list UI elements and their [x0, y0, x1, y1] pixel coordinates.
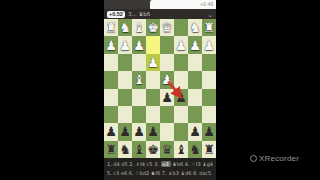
chess-board[interactable]: ♜♞♝♚♛♞♜♟♟♟♟♟♟♟♝♟♟♟♟♟♟♟♟♟♜♞♝♚♛♝♞♜	[104, 19, 216, 158]
white-rook[interactable]: ♜	[203, 21, 215, 34]
best-move-text: 3... ♛b6	[128, 11, 150, 17]
square-g5[interactable]	[118, 89, 132, 106]
square-g4[interactable]	[118, 71, 132, 88]
move-text[interactable]: ♛b6 4. ♘f3 ♝g4	[171, 161, 213, 167]
square-e6[interactable]	[146, 106, 160, 123]
square-f6[interactable]	[132, 106, 146, 123]
square-b6[interactable]	[188, 106, 202, 123]
square-g2[interactable]: ♟	[118, 36, 132, 53]
white-pawn[interactable]: ♟	[105, 39, 117, 52]
square-d4[interactable]: ♟	[160, 71, 174, 88]
square-a5[interactable]	[202, 89, 216, 106]
black-pawn[interactable]: ♟	[119, 125, 131, 138]
square-d8[interactable]: ♛	[160, 141, 174, 158]
current-move[interactable]: e3	[161, 161, 171, 167]
recorder-watermark-text: XRecorder	[259, 154, 299, 163]
square-a8[interactable]: ♜	[202, 141, 216, 158]
square-c6[interactable]	[174, 106, 188, 123]
black-knight[interactable]: ♞	[119, 143, 131, 156]
square-e2[interactable]	[146, 36, 160, 53]
eval-graph-value: +0.49	[200, 0, 213, 9]
square-f4[interactable]: ♝	[132, 71, 146, 88]
square-c4[interactable]	[174, 71, 188, 88]
black-pawn[interactable]: ♟	[189, 125, 201, 138]
square-d5[interactable]: ♟	[160, 89, 174, 106]
analysis-bar[interactable]: +0.52 3... ♛b6 ⌄	[104, 9, 216, 19]
black-queen[interactable]: ♛	[161, 143, 173, 156]
black-rook[interactable]: ♜	[203, 143, 215, 156]
black-pawn[interactable]: ♟	[161, 91, 173, 104]
square-b8[interactable]: ♞	[188, 141, 202, 158]
white-rook[interactable]: ♜	[105, 21, 117, 34]
recorder-logo-icon	[250, 155, 257, 162]
square-d2[interactable]	[160, 36, 174, 53]
square-a4[interactable]	[202, 71, 216, 88]
square-f2[interactable]: ♟	[132, 36, 146, 53]
black-bishop[interactable]: ♝	[133, 143, 145, 156]
square-a1[interactable]: ♜	[202, 19, 216, 36]
square-a3[interactable]	[202, 54, 216, 71]
white-pawn[interactable]: ♟	[175, 39, 187, 52]
phone-screen: +0.49 +0.52 3... ♛b6 ⌄ ♜♞♝♚♛♞♜♟♟♟♟♟♟♟♝♟♟…	[104, 0, 216, 180]
screen-recording-frame: +0.49 +0.52 3... ♛b6 ⌄ ♜♞♝♚♛♞♜♟♟♟♟♟♟♟♝♟♟…	[0, 0, 320, 180]
white-pawn[interactable]: ♟	[147, 56, 159, 69]
square-c1[interactable]	[174, 19, 188, 36]
square-c7[interactable]	[174, 123, 188, 140]
square-e7[interactable]: ♟	[146, 123, 160, 140]
chevron-down-icon[interactable]: ⌄	[207, 11, 213, 18]
square-g8[interactable]: ♞	[118, 141, 132, 158]
black-king[interactable]: ♚	[147, 143, 159, 156]
white-pawn[interactable]: ♟	[119, 39, 131, 52]
move-text[interactable]: 1. d4 d5 2. ♗f4 c5 3.	[107, 161, 161, 167]
square-b3[interactable]	[188, 54, 202, 71]
square-h7[interactable]: ♟	[104, 123, 118, 140]
square-c8[interactable]: ♝	[174, 141, 188, 158]
square-d6[interactable]	[160, 106, 174, 123]
black-pawn[interactable]: ♟	[147, 125, 159, 138]
square-e3[interactable]: ♟	[146, 54, 160, 71]
square-c2[interactable]: ♟	[174, 36, 188, 53]
square-b2[interactable]: ♟	[188, 36, 202, 53]
square-a6[interactable]	[202, 106, 216, 123]
eval-graph[interactable]: +0.49	[150, 0, 216, 9]
white-pawn[interactable]: ♟	[133, 39, 145, 52]
square-h2[interactable]: ♟	[104, 36, 118, 53]
square-f5[interactable]	[132, 89, 146, 106]
white-knight[interactable]: ♞	[189, 21, 201, 34]
square-f1[interactable]: ♝	[132, 19, 146, 36]
square-c3[interactable]	[174, 54, 188, 71]
black-pawn[interactable]: ♟	[203, 125, 215, 138]
white-pawn[interactable]: ♟	[189, 39, 201, 52]
square-d3[interactable]	[160, 54, 174, 71]
white-pawn[interactable]: ♟	[161, 73, 173, 86]
square-f8[interactable]: ♝	[132, 141, 146, 158]
square-b1[interactable]: ♞	[188, 19, 202, 36]
white-bishop[interactable]: ♝	[133, 73, 145, 86]
move-text[interactable]: 5. c3 e6 6. ♘bd2 ♞f6 7. ♕b3 ♝d6 8. dxc5	[107, 170, 211, 176]
black-bishop[interactable]: ♝	[175, 143, 187, 156]
square-e8[interactable]: ♚	[146, 141, 160, 158]
square-f3[interactable]	[132, 54, 146, 71]
white-pawn[interactable]: ♟	[203, 39, 215, 52]
move-row-2[interactable]: 5. c3 e6 6. ♘bd2 ♞f6 7. ♕b3 ♝d6 8. dxc5	[107, 169, 213, 178]
square-h4[interactable]	[104, 71, 118, 88]
top-strip-spacer	[104, 0, 150, 9]
square-b7[interactable]: ♟	[188, 123, 202, 140]
top-strip: +0.49	[104, 0, 216, 9]
square-b5[interactable]	[188, 89, 202, 106]
white-bishop[interactable]: ♝	[133, 21, 145, 34]
recorder-watermark: XRecorder	[250, 154, 299, 163]
black-pawn[interactable]: ♟	[105, 125, 117, 138]
white-king[interactable]: ♚	[147, 21, 159, 34]
black-knight[interactable]: ♞	[189, 143, 201, 156]
square-f7[interactable]: ♟	[132, 123, 146, 140]
white-knight[interactable]: ♞	[119, 21, 131, 34]
square-h5[interactable]	[104, 89, 118, 106]
square-h3[interactable]	[104, 54, 118, 71]
square-h8[interactable]: ♜	[104, 141, 118, 158]
square-e4[interactable]	[146, 71, 160, 88]
eval-badge: +0.52	[107, 11, 125, 18]
square-c5[interactable]: ♟	[174, 89, 188, 106]
square-e5[interactable]	[146, 89, 160, 106]
square-e1[interactable]: ♚	[146, 19, 160, 36]
square-h1[interactable]: ♜	[104, 19, 118, 36]
move-list[interactable]: 1. d4 d5 2. ♗f4 c5 3. e3 ♛b6 4. ♘f3 ♝g45…	[104, 158, 216, 180]
square-b4[interactable]	[188, 71, 202, 88]
square-a2[interactable]: ♟	[202, 36, 216, 53]
square-g6[interactable]	[118, 106, 132, 123]
black-rook[interactable]: ♜	[105, 143, 117, 156]
square-d1[interactable]: ♛	[160, 19, 174, 36]
black-pawn[interactable]: ♟	[133, 125, 145, 138]
square-a7[interactable]: ♟	[202, 123, 216, 140]
move-row-1[interactable]: 1. d4 d5 2. ♗f4 c5 3. e3 ♛b6 4. ♘f3 ♝g4	[107, 160, 213, 169]
square-g7[interactable]: ♟	[118, 123, 132, 140]
square-g1[interactable]: ♞	[118, 19, 132, 36]
white-queen[interactable]: ♛	[161, 21, 173, 34]
black-pawn[interactable]: ♟	[175, 91, 187, 104]
square-g3[interactable]	[118, 54, 132, 71]
square-h6[interactable]	[104, 106, 118, 123]
square-d7[interactable]	[160, 123, 174, 140]
